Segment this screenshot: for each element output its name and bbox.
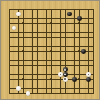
black-stone: [63, 72, 68, 77]
black-stone: [67, 12, 72, 17]
black-stone: [81, 49, 86, 54]
black-stone: [77, 16, 82, 21]
star-point: [22, 22, 24, 24]
star-point: [22, 50, 24, 52]
board-intersections-grid[interactable]: [7, 7, 95, 95]
white-stone: [12, 26, 17, 31]
white-stone: [63, 77, 68, 82]
star-point: [78, 50, 80, 52]
star-point: [50, 50, 52, 52]
white-stone: [16, 86, 21, 91]
star-point: [78, 22, 80, 24]
star-point: [50, 78, 52, 80]
star-point: [78, 78, 80, 80]
stone-label-mark: [64, 78, 66, 80]
stone-label-mark: [64, 69, 66, 71]
white-stone: [16, 12, 21, 17]
black-stone: [72, 77, 77, 82]
stone-label-mark: [64, 74, 66, 76]
white-stone: [26, 91, 31, 96]
stone-label-mark: [88, 74, 90, 76]
star-point: [22, 78, 24, 80]
star-point: [50, 22, 52, 24]
black-stone: [86, 77, 91, 82]
stone-label-mark: [60, 74, 62, 76]
go-board: [0, 0, 100, 100]
